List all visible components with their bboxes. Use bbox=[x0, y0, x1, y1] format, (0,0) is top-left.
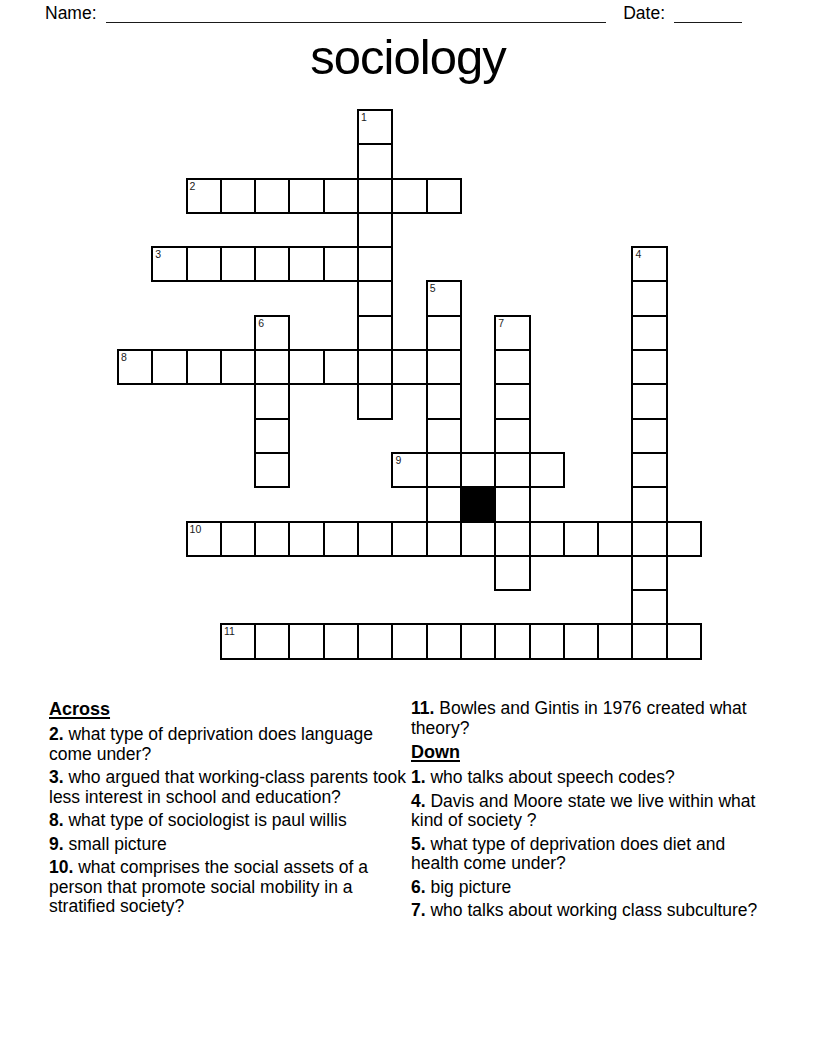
clue-down-7: 7. who talks about working class subcult… bbox=[411, 901, 773, 921]
grid-cell[interactable] bbox=[288, 521, 324, 557]
header: Name: Date: bbox=[45, 3, 742, 23]
grid-cell[interactable] bbox=[357, 143, 393, 179]
date-label: Date: bbox=[623, 3, 665, 23]
cell-clue-number: 10 bbox=[190, 523, 202, 535]
grid-cell[interactable] bbox=[323, 178, 359, 214]
grid-cell[interactable] bbox=[357, 246, 393, 282]
clue-number: 8. bbox=[49, 810, 64, 830]
clues-column-left: Across 2. what type of deprivation does … bbox=[49, 699, 409, 921]
grid-cell[interactable]: 4 bbox=[631, 246, 667, 282]
grid-cell[interactable] bbox=[631, 349, 667, 385]
grid-cell[interactable]: 8 bbox=[117, 349, 153, 385]
clue-down-4: 4. Davis and Moore state we live within … bbox=[411, 792, 773, 831]
down-heading: Down bbox=[411, 742, 773, 763]
grid-cell[interactable] bbox=[494, 623, 530, 659]
clue-number: 9. bbox=[49, 834, 64, 854]
grid-cell[interactable] bbox=[357, 349, 393, 385]
clue-text: small picture bbox=[68, 834, 166, 854]
page-title: sociology bbox=[0, 28, 816, 86]
clue-text: Bowles and Gintis in 1976 created what t… bbox=[411, 698, 747, 738]
clue-across-10: 10. what comprises the social assets of … bbox=[49, 858, 409, 917]
grid-cell[interactable] bbox=[254, 349, 290, 385]
grid-cell[interactable] bbox=[220, 178, 256, 214]
grid-cell[interactable] bbox=[426, 486, 462, 522]
grid-cell[interactable] bbox=[494, 555, 530, 591]
grid-cell[interactable] bbox=[631, 452, 667, 488]
grid-cell[interactable] bbox=[357, 623, 393, 659]
grid-cell[interactable] bbox=[186, 349, 222, 385]
clues-column-right: 11. Bowles and Gintis in 1976 created wh… bbox=[411, 699, 773, 925]
clue-down-1: 1. who talks about speech codes? bbox=[411, 768, 773, 788]
clue-number: 6. bbox=[411, 877, 426, 897]
grid-cell[interactable]: 9 bbox=[391, 452, 427, 488]
grid-cell[interactable] bbox=[426, 521, 462, 557]
cell-clue-number: 7 bbox=[498, 317, 504, 329]
grid-cell[interactable] bbox=[631, 555, 667, 591]
grid-cell[interactable] bbox=[391, 178, 427, 214]
grid-cell[interactable] bbox=[323, 623, 359, 659]
grid-cell[interactable]: 3 bbox=[151, 246, 187, 282]
grid-cell[interactable] bbox=[254, 623, 290, 659]
grid-cell[interactable] bbox=[391, 623, 427, 659]
grid-cell[interactable] bbox=[220, 521, 256, 557]
clue-number: 7. bbox=[411, 900, 426, 920]
grid-cell[interactable]: 7 bbox=[494, 315, 530, 351]
grid-cell[interactable] bbox=[494, 486, 530, 522]
grid-cell[interactable] bbox=[631, 521, 667, 557]
clue-text: who talks about speech codes? bbox=[430, 767, 674, 787]
clue-text: what comprises the social assets of a pe… bbox=[49, 857, 368, 916]
grid-cell[interactable] bbox=[323, 246, 359, 282]
grid-cell[interactable] bbox=[631, 383, 667, 419]
grid-cell[interactable] bbox=[254, 383, 290, 419]
cell-clue-number: 6 bbox=[258, 317, 264, 329]
grid-cell[interactable] bbox=[357, 315, 393, 351]
name-label: Name: bbox=[45, 3, 97, 23]
clue-number: 5. bbox=[411, 834, 426, 854]
cell-clue-number: 3 bbox=[155, 248, 161, 260]
grid-cell[interactable] bbox=[357, 521, 393, 557]
grid-cell[interactable] bbox=[254, 418, 290, 454]
cell-clue-number: 5 bbox=[430, 282, 436, 294]
clue-across-3: 3. who argued that working-class parents… bbox=[49, 768, 409, 807]
grid-cell[interactable] bbox=[460, 521, 496, 557]
grid-cell[interactable] bbox=[357, 178, 393, 214]
grid-cell[interactable] bbox=[597, 521, 633, 557]
clue-text: what type of sociologist is paul willis bbox=[68, 810, 346, 830]
cell-clue-number: 11 bbox=[224, 625, 235, 637]
crossword-grid: 1234567891011 bbox=[118, 110, 701, 659]
name-input-line[interactable] bbox=[106, 5, 607, 23]
clue-number: 11. bbox=[411, 698, 434, 718]
grid-cell[interactable] bbox=[494, 452, 530, 488]
clue-across-2: 2. what type of deprivation does languag… bbox=[49, 725, 409, 764]
cell-clue-number: 4 bbox=[635, 248, 641, 260]
clue-across-8: 8. what type of sociologist is paul will… bbox=[49, 811, 409, 831]
grid-cell[interactable] bbox=[494, 349, 530, 385]
clue-text: big picture bbox=[430, 877, 511, 897]
grid-cell[interactable] bbox=[529, 623, 565, 659]
clue-number: 10. bbox=[49, 857, 73, 877]
grid-cell[interactable] bbox=[357, 280, 393, 316]
grid-cell[interactable]: 5 bbox=[426, 280, 462, 316]
grid-cell[interactable] bbox=[426, 383, 462, 419]
grid-cell[interactable] bbox=[563, 521, 599, 557]
grid-cell[interactable] bbox=[460, 623, 496, 659]
grid-cell[interactable] bbox=[288, 349, 324, 385]
grid-cell[interactable] bbox=[631, 280, 667, 316]
grid-cell[interactable] bbox=[529, 521, 565, 557]
grid-cell[interactable] bbox=[254, 521, 290, 557]
clue-number: 2. bbox=[49, 724, 64, 744]
grid-cell[interactable] bbox=[357, 212, 393, 248]
clue-text: Davis and Moore state we live within wha… bbox=[411, 791, 755, 831]
black-cell bbox=[460, 486, 496, 522]
grid-cell[interactable] bbox=[597, 623, 633, 659]
grid-cell[interactable] bbox=[288, 246, 324, 282]
grid-cell[interactable] bbox=[631, 589, 667, 625]
grid-cell[interactable] bbox=[631, 315, 667, 351]
grid-cell[interactable] bbox=[426, 452, 462, 488]
grid-cell[interactable] bbox=[254, 178, 290, 214]
clue-across-9: 9. small picture bbox=[49, 835, 409, 855]
grid-cell[interactable] bbox=[563, 623, 599, 659]
across-heading: Across bbox=[49, 699, 409, 720]
grid-cell[interactable] bbox=[494, 418, 530, 454]
clue-number: 3. bbox=[49, 767, 64, 787]
grid-cell[interactable] bbox=[391, 521, 427, 557]
cell-clue-number: 2 bbox=[190, 180, 196, 192]
grid-cell[interactable] bbox=[323, 349, 359, 385]
grid-cell[interactable]: 2 bbox=[186, 178, 222, 214]
grid-cell[interactable] bbox=[220, 349, 256, 385]
grid-cell[interactable] bbox=[254, 452, 290, 488]
date-input-line[interactable] bbox=[674, 5, 742, 23]
grid-cell[interactable] bbox=[631, 623, 667, 659]
grid-cell[interactable] bbox=[426, 349, 462, 385]
cell-clue-number: 8 bbox=[121, 351, 127, 363]
grid-cell[interactable] bbox=[460, 452, 496, 488]
grid-cell[interactable] bbox=[666, 521, 702, 557]
clue-across-11: 11. Bowles and Gintis in 1976 created wh… bbox=[411, 699, 773, 738]
grid-cell[interactable] bbox=[631, 418, 667, 454]
grid-cell[interactable]: 10 bbox=[186, 521, 222, 557]
clue-number: 4. bbox=[411, 791, 426, 811]
grid-cell[interactable] bbox=[254, 246, 290, 282]
grid-cell[interactable] bbox=[529, 452, 565, 488]
grid-cell[interactable] bbox=[494, 521, 530, 557]
grid-cell[interactable] bbox=[666, 623, 702, 659]
cell-clue-number: 9 bbox=[395, 454, 401, 466]
grid-cell[interactable] bbox=[391, 349, 427, 385]
grid-cell[interactable]: 11 bbox=[220, 623, 256, 659]
clue-number: 1. bbox=[411, 767, 426, 787]
grid-cell[interactable] bbox=[220, 246, 256, 282]
grid-cell[interactable] bbox=[323, 521, 359, 557]
grid-cell[interactable] bbox=[357, 383, 393, 419]
clue-down-6: 6. big picture bbox=[411, 878, 773, 898]
grid-cell[interactable] bbox=[288, 178, 324, 214]
grid-cell[interactable] bbox=[426, 178, 462, 214]
grid-cell[interactable] bbox=[426, 315, 462, 351]
grid-cell[interactable] bbox=[631, 486, 667, 522]
cell-clue-number: 1 bbox=[361, 111, 367, 123]
clue-text: who argued that working-class parents to… bbox=[49, 767, 406, 807]
grid-cell[interactable] bbox=[426, 623, 462, 659]
clue-text: who talks about working class subculture… bbox=[430, 900, 757, 920]
grid-cell[interactable]: 1 bbox=[357, 109, 393, 145]
clue-text: what type of deprivation does language c… bbox=[49, 724, 373, 764]
grid-cell[interactable] bbox=[288, 623, 324, 659]
grid-cell[interactable] bbox=[186, 246, 222, 282]
clue-text: what type of deprivation does diet and h… bbox=[411, 834, 725, 874]
grid-cell[interactable] bbox=[151, 349, 187, 385]
clue-down-5: 5. what type of deprivation does diet an… bbox=[411, 835, 773, 874]
grid-cell[interactable]: 6 bbox=[254, 315, 290, 351]
grid-cell[interactable] bbox=[426, 418, 462, 454]
grid-cell[interactable] bbox=[494, 383, 530, 419]
